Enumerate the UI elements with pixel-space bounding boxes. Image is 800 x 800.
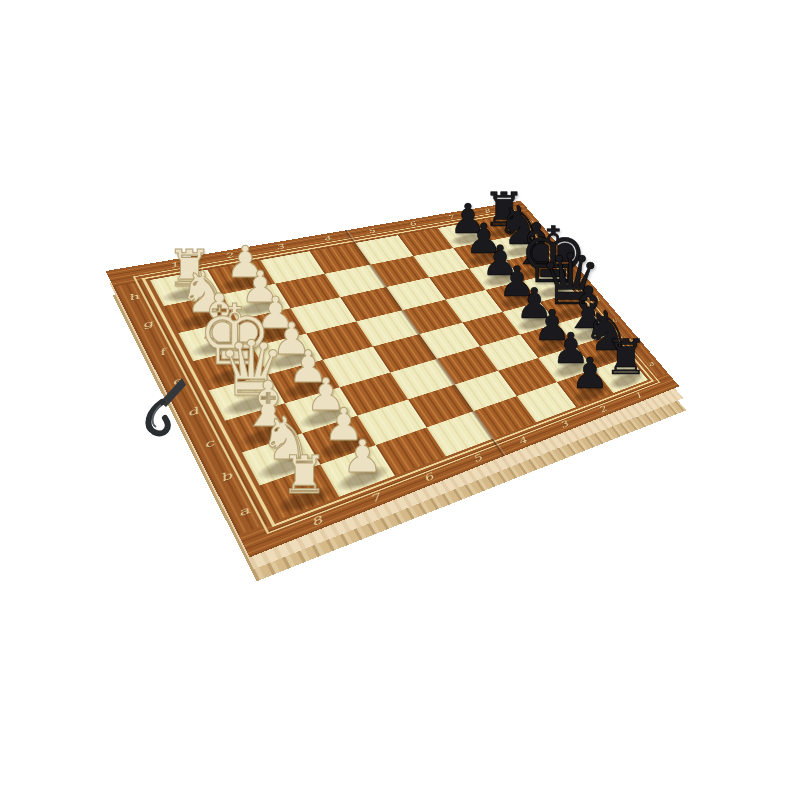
piece-black-knight: ♞ [547,304,667,359]
piece-black-bishop: ♝ [476,216,596,273]
piece-white-pawn: ♟ [185,241,305,285]
piece-white-pawn: ♟ [200,265,320,309]
piece-white-queen: ♛ [191,331,311,407]
piece-black-pawn: ♟ [408,199,528,240]
product-photo: 1827364554637281hhggffeeddccbbaa ♜♞♝♛♚♝♞… [0,0,800,800]
piece-black-queen: ♛ [510,245,630,315]
piece-black-pawn: ♟ [492,305,612,347]
piece-white-pawn: ♟ [216,291,336,335]
piece-black-king: ♚ [493,217,613,294]
piece-black-pawn: ♟ [530,352,650,395]
piece-black-pawn: ♟ [440,240,560,282]
piece-white-pawn: ♟ [232,317,352,361]
piece-black-pawn: ♟ [457,261,577,303]
piece-white-pawn: ♟ [302,434,422,479]
piece-white-pawn: ♟ [266,373,386,418]
piece-black-rook: ♜ [566,333,686,382]
piece-black-pawn: ♟ [511,328,631,370]
piece-white-pawn: ♟ [248,345,368,389]
piece-black-bishop: ♝ [528,279,648,337]
piece-white-rook: ♜ [244,449,364,502]
piece-black-pawn: ♟ [424,219,544,260]
piece-white-knight: ♞ [144,264,264,322]
piece-white-pawn: ♟ [284,403,404,448]
piece-white-king: ♚ [175,294,295,378]
piece-black-knight: ♞ [460,200,580,253]
piece-white-bishop: ♝ [208,374,328,437]
piece-white-knight: ♞ [226,409,346,468]
piece-black-pawn: ♟ [474,283,594,325]
pieces-layer: ♜♞♝♛♚♝♞♜♟♟♟♟♟♟♟♟♟♟♟♟♟♟♟♟♜♞♝♛♚♝♞♜ [0,0,800,800]
piece-black-rook: ♜ [444,187,564,234]
piece-white-rook: ♜ [130,244,250,295]
piece-white-bishop: ♝ [159,287,279,349]
